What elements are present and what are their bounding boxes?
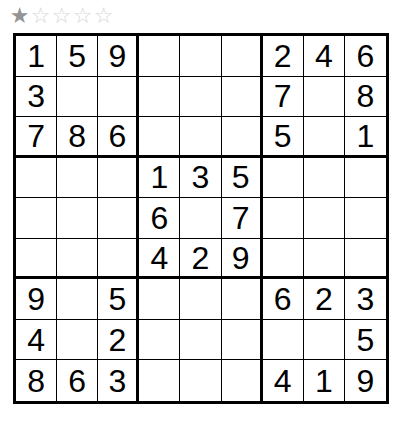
sudoku-cell[interactable] bbox=[57, 158, 98, 199]
sudoku-cell[interactable] bbox=[180, 320, 221, 361]
sudoku-cell[interactable] bbox=[263, 158, 304, 199]
sudoku-cell[interactable]: 5 bbox=[98, 279, 139, 320]
sudoku-cell[interactable] bbox=[57, 77, 98, 118]
sudoku-cell[interactable] bbox=[180, 279, 221, 320]
sudoku-cell[interactable] bbox=[180, 198, 221, 239]
sudoku-cell[interactable] bbox=[57, 320, 98, 361]
sudoku-cell[interactable]: 7 bbox=[222, 198, 263, 239]
star-icon-empty: ☆ bbox=[93, 3, 114, 29]
sudoku-cell[interactable]: 9 bbox=[345, 360, 386, 401]
sudoku-cell[interactable] bbox=[222, 77, 263, 118]
sudoku-cell[interactable] bbox=[222, 360, 263, 401]
sudoku-cell[interactable]: 7 bbox=[16, 117, 57, 158]
sudoku-cell[interactable]: 8 bbox=[345, 77, 386, 118]
sudoku-cell[interactable] bbox=[139, 320, 180, 361]
sudoku-cell[interactable]: 4 bbox=[263, 360, 304, 401]
sudoku-cell[interactable] bbox=[57, 279, 98, 320]
sudoku-cell[interactable]: 6 bbox=[345, 36, 386, 77]
sudoku-cell[interactable]: 4 bbox=[16, 320, 57, 361]
sudoku-cell[interactable] bbox=[304, 320, 345, 361]
sudoku-cell[interactable]: 4 bbox=[304, 36, 345, 77]
sudoku-cell[interactable]: 1 bbox=[139, 158, 180, 199]
sudoku-cell[interactable]: 8 bbox=[16, 360, 57, 401]
sudoku-cell[interactable]: 2 bbox=[263, 36, 304, 77]
sudoku-cell[interactable]: 8 bbox=[57, 117, 98, 158]
sudoku-cell[interactable] bbox=[57, 198, 98, 239]
sudoku-cell[interactable]: 6 bbox=[139, 198, 180, 239]
sudoku-cell[interactable] bbox=[16, 239, 57, 280]
sudoku-cell[interactable] bbox=[304, 77, 345, 118]
sudoku-cell[interactable] bbox=[222, 36, 263, 77]
sudoku-cell[interactable]: 1 bbox=[16, 36, 57, 77]
sudoku-cell[interactable] bbox=[304, 239, 345, 280]
sudoku-cell[interactable] bbox=[263, 320, 304, 361]
sudoku-cell[interactable] bbox=[345, 158, 386, 199]
sudoku-cell[interactable]: 3 bbox=[98, 360, 139, 401]
sudoku-cell[interactable]: 9 bbox=[16, 279, 57, 320]
sudoku-cell[interactable] bbox=[180, 117, 221, 158]
sudoku-cell[interactable]: 5 bbox=[222, 158, 263, 199]
star-icon-empty: ☆ bbox=[30, 3, 51, 29]
sudoku-cell[interactable] bbox=[304, 198, 345, 239]
sudoku-cell[interactable] bbox=[139, 36, 180, 77]
sudoku-cell[interactable]: 6 bbox=[57, 360, 98, 401]
sudoku-cell[interactable]: 5 bbox=[57, 36, 98, 77]
sudoku-cell[interactable]: 5 bbox=[345, 320, 386, 361]
star-icon-empty: ☆ bbox=[51, 3, 72, 29]
sudoku-cell[interactable]: 3 bbox=[345, 279, 386, 320]
star-icon-empty: ☆ bbox=[72, 3, 93, 29]
sudoku-cell[interactable] bbox=[16, 198, 57, 239]
sudoku-cell[interactable]: 5 bbox=[263, 117, 304, 158]
sudoku-cell[interactable] bbox=[98, 198, 139, 239]
sudoku-cell[interactable]: 9 bbox=[222, 239, 263, 280]
sudoku-cell[interactable] bbox=[345, 198, 386, 239]
sudoku-cell[interactable]: 1 bbox=[304, 360, 345, 401]
sudoku-cell[interactable] bbox=[263, 198, 304, 239]
sudoku-cell[interactable]: 9 bbox=[98, 36, 139, 77]
sudoku-cell[interactable] bbox=[180, 77, 221, 118]
sudoku-cell[interactable]: 4 bbox=[139, 239, 180, 280]
sudoku-cell[interactable]: 6 bbox=[98, 117, 139, 158]
sudoku-cell[interactable] bbox=[222, 320, 263, 361]
difficulty-star-rating: ★☆☆☆☆ bbox=[9, 3, 114, 29]
sudoku-cell[interactable] bbox=[222, 279, 263, 320]
sudoku-cell[interactable]: 6 bbox=[263, 279, 304, 320]
sudoku-cell[interactable] bbox=[139, 117, 180, 158]
sudoku-cell[interactable] bbox=[263, 239, 304, 280]
sudoku-cell[interactable]: 1 bbox=[345, 117, 386, 158]
sudoku-cell[interactable] bbox=[222, 117, 263, 158]
sudoku-cell[interactable] bbox=[345, 239, 386, 280]
sudoku-cell[interactable] bbox=[16, 158, 57, 199]
sudoku-cell[interactable] bbox=[139, 279, 180, 320]
sudoku-cell[interactable] bbox=[57, 239, 98, 280]
sudoku-cell[interactable]: 3 bbox=[16, 77, 57, 118]
sudoku-cell[interactable]: 2 bbox=[98, 320, 139, 361]
sudoku-cell[interactable] bbox=[139, 77, 180, 118]
sudoku-cell[interactable]: 7 bbox=[263, 77, 304, 118]
sudoku-cell[interactable] bbox=[180, 36, 221, 77]
sudoku-cell[interactable] bbox=[304, 158, 345, 199]
sudoku-cell[interactable] bbox=[98, 77, 139, 118]
sudoku-cell[interactable]: 2 bbox=[180, 239, 221, 280]
star-icon-filled: ★ bbox=[9, 3, 30, 29]
sudoku-cell[interactable] bbox=[304, 117, 345, 158]
sudoku-grid: 159246378786511356742995623425863419 bbox=[13, 33, 389, 404]
sudoku-cell[interactable] bbox=[98, 239, 139, 280]
sudoku-cell[interactable] bbox=[98, 158, 139, 199]
sudoku-cell[interactable]: 3 bbox=[180, 158, 221, 199]
sudoku-cell[interactable] bbox=[180, 360, 221, 401]
sudoku-cell[interactable] bbox=[139, 360, 180, 401]
sudoku-cell[interactable]: 2 bbox=[304, 279, 345, 320]
